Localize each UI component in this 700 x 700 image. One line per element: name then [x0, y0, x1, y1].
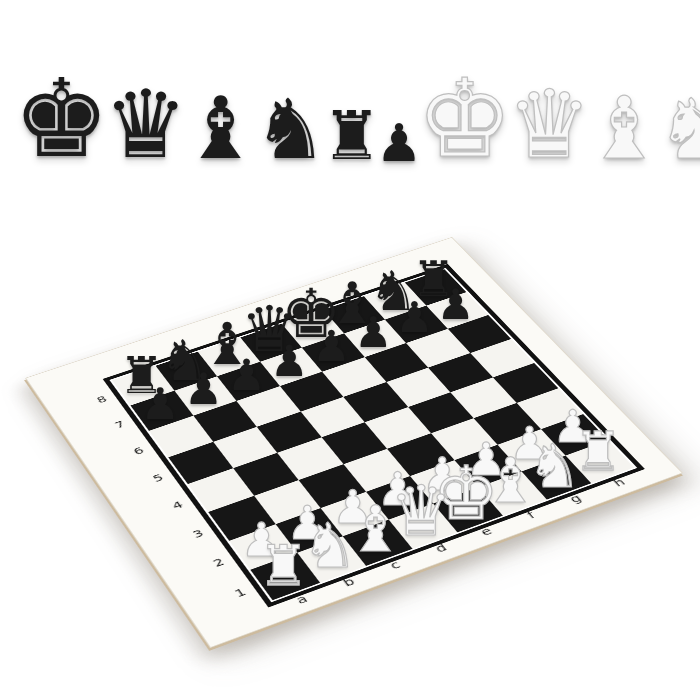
chessboard-sheet: 87654321 abcdefgh: [25, 237, 683, 648]
file-label-c: c: [387, 559, 403, 572]
rank-label-5: 5: [150, 472, 165, 484]
file-label-e: e: [478, 525, 495, 538]
rank-label-1: 1: [232, 586, 248, 600]
rank-label-2: 2: [211, 556, 227, 569]
file-label-b: b: [340, 575, 357, 588]
file-label-h: h: [611, 476, 628, 488]
board-squares: [112, 269, 634, 600]
file-label-g: g: [567, 492, 584, 505]
rank-label-6: 6: [131, 445, 146, 457]
product-photo: ♚♛♝♞♜♟ ♚♛♝♞♜♟ 87654321 abcdefgh ♜♞♝♛♚♝♞♜…: [0, 0, 700, 700]
rank-label-7: 7: [112, 419, 127, 431]
rank-label-8: 8: [94, 394, 108, 405]
rank-label-3: 3: [190, 527, 206, 540]
file-label-a: a: [294, 592, 310, 606]
board-scene: 87654321 abcdefgh ♜♞♝♛♚♝♞♜♟♟♟♟♟♟♟♟♟♟♟♟♟♟…: [0, 0, 700, 700]
file-label-d: d: [432, 542, 449, 555]
file-label-f: f: [524, 509, 537, 520]
board-frame: [103, 264, 645, 607]
rank-label-4: 4: [170, 499, 186, 511]
